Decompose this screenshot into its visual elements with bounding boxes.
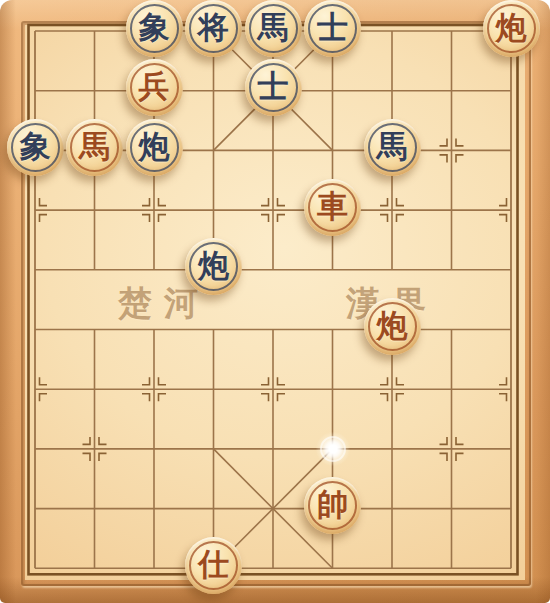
piece-black-cannon[interactable]: 炮 <box>185 238 242 295</box>
piece-glyph: 象 <box>20 131 51 162</box>
piece-glyph: 炮 <box>496 12 527 43</box>
piece-glyph: 士 <box>258 71 289 102</box>
piece-glyph: 炮 <box>377 310 408 341</box>
piece-black-general[interactable]: 将 <box>185 0 242 57</box>
piece-glyph: 仕 <box>198 549 229 580</box>
piece-red-horse[interactable]: 馬 <box>66 119 123 176</box>
piece-black-cannon[interactable]: 炮 <box>126 119 183 176</box>
xiangqi-board[interactable]: 楚河 漢界 象将馬士炮兵士象馬炮馬車炮炮帥仕 <box>0 0 550 603</box>
piece-black-elephant[interactable]: 象 <box>126 0 183 57</box>
piece-glyph: 馬 <box>79 131 110 162</box>
piece-glyph: 車 <box>317 191 348 222</box>
piece-red-soldier[interactable]: 兵 <box>126 59 183 116</box>
piece-glyph: 馬 <box>258 12 289 43</box>
piece-glyph: 帥 <box>317 489 348 520</box>
piece-black-advisor[interactable]: 士 <box>304 0 361 57</box>
piece-glyph: 兵 <box>139 71 170 102</box>
piece-red-advisor[interactable]: 仕 <box>185 537 242 594</box>
piece-black-horse[interactable]: 馬 <box>364 119 421 176</box>
piece-black-advisor[interactable]: 士 <box>245 59 302 116</box>
piece-glyph: 炮 <box>139 131 170 162</box>
piece-glyph: 将 <box>198 12 229 43</box>
river-label-left: 楚河 <box>118 285 210 321</box>
piece-black-elephant[interactable]: 象 <box>7 119 64 176</box>
piece-black-horse[interactable]: 馬 <box>245 0 302 57</box>
piece-glyph: 象 <box>139 12 170 43</box>
piece-red-cannon[interactable]: 炮 <box>364 298 421 355</box>
piece-glyph: 炮 <box>198 250 229 281</box>
piece-glyph: 馬 <box>377 131 408 162</box>
piece-red-cannon[interactable]: 炮 <box>483 0 540 57</box>
piece-red-chariot[interactable]: 車 <box>304 179 361 236</box>
piece-glyph: 士 <box>317 12 348 43</box>
piece-red-general[interactable]: 帥 <box>304 477 361 534</box>
